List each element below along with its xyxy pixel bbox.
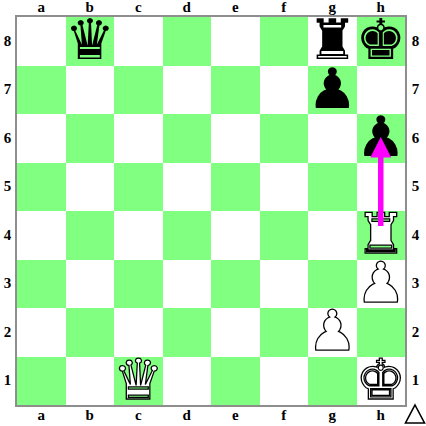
square-e8[interactable]: [211, 17, 260, 66]
square-g6[interactable]: [308, 114, 357, 163]
square-f8[interactable]: [260, 17, 309, 66]
black-king[interactable]: ♚: [356, 12, 406, 68]
square-a6[interactable]: [17, 114, 66, 163]
square-a1[interactable]: [17, 357, 66, 406]
square-h6[interactable]: ♟: [357, 114, 406, 163]
rank-label-right-5: 5: [408, 163, 423, 212]
file-label-top-e: e: [211, 0, 260, 15]
rank-label-right-4: 4: [408, 211, 423, 260]
square-g1[interactable]: [308, 357, 357, 406]
square-a8[interactable]: [17, 17, 66, 66]
board: ♛♜♚♟♟♜♟♟♛♚: [15, 15, 407, 407]
file-label-top-c: c: [114, 0, 163, 15]
square-g4[interactable]: [308, 211, 357, 260]
file-label-bottom-f: f: [260, 408, 309, 423]
square-c5[interactable]: [114, 163, 163, 212]
rank-label-left-3: 3: [0, 260, 15, 309]
file-label-top-d: d: [163, 0, 212, 15]
square-e6[interactable]: [211, 114, 260, 163]
white-to-move-triangle-icon: [404, 403, 426, 425]
white-queen[interactable]: ♛: [113, 352, 163, 408]
rank-label-right-7: 7: [408, 66, 423, 115]
rank-label-left-8: 8: [0, 17, 15, 66]
rank-label-left-6: 6: [0, 114, 15, 163]
square-d7[interactable]: [163, 66, 212, 115]
black-queen[interactable]: ♛: [65, 12, 115, 68]
rank-label-left-4: 4: [0, 211, 15, 260]
rank-label-right-3: 3: [408, 260, 423, 309]
square-a5[interactable]: [17, 163, 66, 212]
file-label-bottom-d: d: [163, 408, 212, 423]
square-f5[interactable]: [260, 163, 309, 212]
square-a3[interactable]: [17, 260, 66, 309]
rank-label-left-5: 5: [0, 163, 15, 212]
square-f3[interactable]: [260, 260, 309, 309]
file-label-bottom-e: e: [211, 408, 260, 423]
square-c7[interactable]: [114, 66, 163, 115]
file-label-bottom-b: b: [66, 408, 115, 423]
white-king[interactable]: ♚: [356, 352, 406, 408]
rank-label-right-2: 2: [408, 308, 423, 357]
square-e4[interactable]: [211, 211, 260, 260]
square-g5[interactable]: [308, 163, 357, 212]
square-g2[interactable]: ♟: [308, 308, 357, 357]
square-a4[interactable]: [17, 211, 66, 260]
square-c3[interactable]: [114, 260, 163, 309]
square-e3[interactable]: [211, 260, 260, 309]
square-b2[interactable]: [66, 308, 115, 357]
square-f1[interactable]: [260, 357, 309, 406]
square-c4[interactable]: [114, 211, 163, 260]
square-c6[interactable]: [114, 114, 163, 163]
rank-label-right-6: 6: [408, 114, 423, 163]
square-h1[interactable]: ♚: [357, 357, 406, 406]
rank-label-left-2: 2: [0, 308, 15, 357]
chess-diagram: ♛♜♚♟♟♜♟♟♛♚ aabbccddeeffgghh8877665544332…: [0, 0, 426, 426]
square-b5[interactable]: [66, 163, 115, 212]
rank-label-right-8: 8: [408, 17, 423, 66]
square-e5[interactable]: [211, 163, 260, 212]
rank-label-left-7: 7: [0, 66, 15, 115]
file-label-top-a: a: [17, 0, 66, 15]
square-b6[interactable]: [66, 114, 115, 163]
white-pawn[interactable]: ♟: [356, 255, 406, 311]
square-b3[interactable]: [66, 260, 115, 309]
square-a7[interactable]: [17, 66, 66, 115]
white-pawn[interactable]: ♟: [307, 303, 357, 359]
board-grid: ♛♜♚♟♟♜♟♟♛♚: [17, 17, 405, 405]
square-e1[interactable]: [211, 357, 260, 406]
square-b8[interactable]: ♛: [66, 17, 115, 66]
square-f7[interactable]: [260, 66, 309, 115]
square-c1[interactable]: ♛: [114, 357, 163, 406]
square-b4[interactable]: [66, 211, 115, 260]
square-g7[interactable]: ♟: [308, 66, 357, 115]
black-pawn[interactable]: ♟: [307, 61, 357, 117]
square-d4[interactable]: [163, 211, 212, 260]
rank-label-left-1: 1: [0, 357, 15, 406]
square-h8[interactable]: ♚: [357, 17, 406, 66]
rank-label-right-1: 1: [408, 357, 423, 406]
square-e2[interactable]: [211, 308, 260, 357]
square-d5[interactable]: [163, 163, 212, 212]
square-e7[interactable]: [211, 66, 260, 115]
square-f2[interactable]: [260, 308, 309, 357]
square-h3[interactable]: ♟: [357, 260, 406, 309]
square-b1[interactable]: [66, 357, 115, 406]
file-label-bottom-g: g: [308, 408, 357, 423]
file-label-top-f: f: [260, 0, 309, 15]
square-d3[interactable]: [163, 260, 212, 309]
square-c8[interactable]: [114, 17, 163, 66]
black-pawn[interactable]: ♟: [356, 109, 406, 165]
square-d2[interactable]: [163, 308, 212, 357]
square-d1[interactable]: [163, 357, 212, 406]
file-label-bottom-a: a: [17, 408, 66, 423]
square-d8[interactable]: [163, 17, 212, 66]
square-f6[interactable]: [260, 114, 309, 163]
square-a2[interactable]: [17, 308, 66, 357]
square-d6[interactable]: [163, 114, 212, 163]
square-b7[interactable]: [66, 66, 115, 115]
square-f4[interactable]: [260, 211, 309, 260]
